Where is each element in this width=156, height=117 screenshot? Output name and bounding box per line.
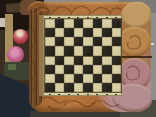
board-square bbox=[102, 65, 112, 74]
green-object-highlight bbox=[8, 64, 16, 70]
board-square bbox=[93, 37, 103, 46]
board-square bbox=[55, 19, 65, 28]
board-square bbox=[55, 65, 65, 74]
board-square bbox=[64, 37, 74, 46]
board-square bbox=[93, 46, 103, 55]
leaf-carving-right-upper bbox=[120, 27, 151, 57]
board-square bbox=[112, 83, 122, 92]
board-square bbox=[83, 56, 93, 65]
board-square bbox=[64, 28, 74, 37]
board-square bbox=[112, 28, 122, 37]
board-square bbox=[64, 74, 74, 83]
board-square bbox=[102, 37, 112, 46]
net-carving-top-right bbox=[121, 2, 151, 29]
board-square bbox=[74, 56, 84, 65]
chess-board bbox=[43, 15, 122, 96]
board-square bbox=[83, 65, 93, 74]
board-square bbox=[83, 37, 93, 46]
board-square bbox=[45, 56, 55, 65]
board-square bbox=[55, 37, 65, 46]
hinge-seam bbox=[118, 56, 152, 58]
board-square bbox=[112, 56, 122, 65]
board-square bbox=[55, 83, 65, 92]
board-square bbox=[102, 56, 112, 65]
board-square bbox=[93, 19, 103, 28]
board-square bbox=[102, 46, 112, 55]
board-square bbox=[83, 74, 93, 83]
red-ball bbox=[13, 29, 28, 44]
board-square bbox=[102, 19, 112, 28]
board-square bbox=[102, 74, 112, 83]
board-square bbox=[83, 83, 93, 92]
board-square bbox=[64, 19, 74, 28]
board-square bbox=[64, 83, 74, 92]
board-square bbox=[55, 46, 65, 55]
photo-of-carved-chess-table bbox=[0, 0, 156, 117]
board-square bbox=[93, 65, 103, 74]
board-square bbox=[74, 28, 84, 37]
board-square bbox=[45, 37, 55, 46]
coordinate-marks-bottom bbox=[45, 94, 121, 96]
board-square bbox=[93, 74, 103, 83]
board-square bbox=[112, 65, 122, 74]
board-square bbox=[83, 28, 93, 37]
white-fleck bbox=[151, 43, 154, 45]
board-square bbox=[45, 83, 55, 92]
board-square bbox=[112, 74, 122, 83]
board-square bbox=[93, 56, 103, 65]
board-square bbox=[45, 65, 55, 74]
board-square bbox=[83, 46, 93, 55]
board-square bbox=[83, 19, 93, 28]
board-square bbox=[93, 28, 103, 37]
board-square bbox=[112, 46, 122, 55]
board-square bbox=[102, 28, 112, 37]
board-square bbox=[112, 19, 122, 28]
board-square bbox=[112, 37, 122, 46]
board-square bbox=[45, 19, 55, 28]
board-square bbox=[93, 83, 103, 92]
board-square bbox=[74, 46, 84, 55]
board-square bbox=[102, 83, 112, 92]
board-square bbox=[55, 56, 65, 65]
board-square bbox=[45, 28, 55, 37]
board-square bbox=[74, 19, 84, 28]
board-square bbox=[74, 65, 84, 74]
board-square bbox=[74, 37, 84, 46]
board-square bbox=[45, 46, 55, 55]
white-object bbox=[0, 18, 5, 27]
board-square bbox=[55, 74, 65, 83]
board-square bbox=[74, 74, 84, 83]
board-square bbox=[64, 46, 74, 55]
board-square bbox=[64, 65, 74, 74]
board-square bbox=[74, 83, 84, 92]
board-square bbox=[55, 28, 65, 37]
board-fold-seam bbox=[45, 56, 121, 57]
board-square bbox=[45, 74, 55, 83]
pink-ball bbox=[7, 46, 24, 63]
board-square bbox=[64, 56, 74, 65]
